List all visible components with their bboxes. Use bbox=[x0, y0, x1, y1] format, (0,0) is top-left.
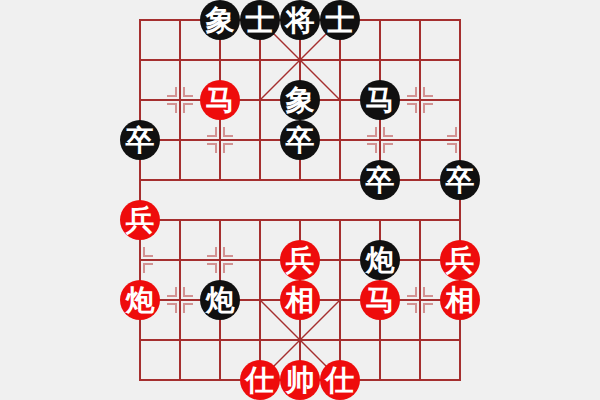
piece-layer: 象士将士马象马卒卒卒卒兵兵炮兵炮炮相马相仕帅仕 bbox=[120, 0, 480, 400]
piece-red-horse[interactable]: 马 bbox=[200, 80, 240, 120]
piece-black-elephant[interactable]: 象 bbox=[200, 0, 240, 40]
page-background: 象士将士马象马卒卒卒卒兵兵炮兵炮炮相马相仕帅仕 bbox=[0, 0, 600, 400]
piece-red-soldier[interactable]: 兵 bbox=[120, 200, 160, 240]
piece-red-general[interactable]: 帅 bbox=[280, 360, 320, 400]
piece-black-cannon[interactable]: 炮 bbox=[360, 240, 400, 280]
piece-black-advisor[interactable]: 士 bbox=[320, 0, 360, 40]
piece-black-soldier[interactable]: 卒 bbox=[280, 120, 320, 160]
piece-black-soldier[interactable]: 卒 bbox=[440, 160, 480, 200]
piece-red-horse[interactable]: 马 bbox=[360, 280, 400, 320]
piece-black-elephant[interactable]: 象 bbox=[280, 80, 320, 120]
piece-red-elephant[interactable]: 相 bbox=[280, 280, 320, 320]
piece-red-advisor[interactable]: 仕 bbox=[240, 360, 280, 400]
xiangqi-board: 象士将士马象马卒卒卒卒兵兵炮兵炮炮相马相仕帅仕 bbox=[120, 0, 480, 400]
piece-black-general[interactable]: 将 bbox=[280, 0, 320, 40]
piece-black-cannon[interactable]: 炮 bbox=[200, 280, 240, 320]
piece-red-advisor[interactable]: 仕 bbox=[320, 360, 360, 400]
piece-red-elephant[interactable]: 相 bbox=[440, 280, 480, 320]
piece-red-soldier[interactable]: 兵 bbox=[440, 240, 480, 280]
piece-black-soldier[interactable]: 卒 bbox=[360, 160, 400, 200]
piece-red-cannon[interactable]: 炮 bbox=[120, 280, 160, 320]
piece-black-advisor[interactable]: 士 bbox=[240, 0, 280, 40]
piece-red-soldier[interactable]: 兵 bbox=[280, 240, 320, 280]
piece-black-horse[interactable]: 马 bbox=[360, 80, 400, 120]
piece-black-soldier[interactable]: 卒 bbox=[120, 120, 160, 160]
